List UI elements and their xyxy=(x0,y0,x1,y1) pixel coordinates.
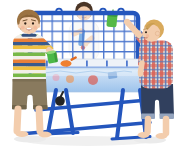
right-boy-eye xyxy=(145,31,147,33)
left-boy-collar xyxy=(22,34,37,37)
left-boy-cheek xyxy=(33,26,37,30)
right-boy-leg xyxy=(148,119,149,132)
orange-ball xyxy=(66,75,74,83)
stand-leg xyxy=(48,90,56,133)
right-boy-cheek xyxy=(146,34,149,37)
drain-bowl xyxy=(55,96,65,106)
left-boy-nose xyxy=(28,26,30,28)
photo-stage xyxy=(0,0,180,149)
right-boy-foot xyxy=(156,133,168,139)
left-boy-teeth xyxy=(27,28,32,30)
right-boy-jeans xyxy=(141,84,174,117)
left-boy-eye xyxy=(24,22,26,24)
right-boy-raised-hand xyxy=(124,19,130,25)
red-ball xyxy=(88,75,98,85)
right-boy-near-hand xyxy=(138,71,143,76)
left-boy-waistband xyxy=(13,79,47,82)
stand-leg xyxy=(66,90,73,133)
scoop-bowl xyxy=(61,60,72,66)
left-boy-leg xyxy=(39,109,40,131)
stand-leg xyxy=(117,90,123,138)
left-boy-foot xyxy=(16,131,29,137)
left-boy-cheek xyxy=(21,26,25,30)
right-boy-foot xyxy=(138,132,150,138)
left-boy-khaki-trousers xyxy=(12,79,48,109)
left-boy-leg xyxy=(17,109,18,131)
right-boy-near-forearm xyxy=(141,63,143,72)
tray-glass-shine xyxy=(36,70,144,76)
scene-illustration xyxy=(0,0,180,149)
left-boy-foot xyxy=(39,132,52,138)
right-boy-ear xyxy=(155,31,159,35)
left-boy-eye xyxy=(32,22,34,24)
